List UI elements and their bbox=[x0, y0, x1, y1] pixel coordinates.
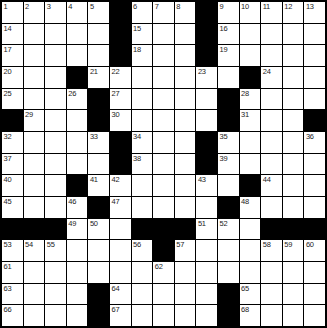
grid-cell[interactable] bbox=[240, 240, 261, 261]
grid-cell[interactable]: 39 bbox=[218, 154, 239, 175]
grid-cell[interactable]: 51 bbox=[196, 219, 217, 240]
clue-number: 12 bbox=[284, 2, 292, 11]
clue-number: 15 bbox=[133, 24, 141, 33]
grid-cell[interactable] bbox=[196, 110, 217, 131]
grid-cell[interactable]: 5 bbox=[88, 2, 109, 23]
grid-cell[interactable] bbox=[283, 132, 304, 153]
grid-cell[interactable] bbox=[218, 175, 239, 196]
clue-number: 6 bbox=[133, 2, 137, 11]
grid-cell[interactable] bbox=[67, 240, 88, 261]
black-cell bbox=[67, 175, 88, 196]
grid-cell[interactable] bbox=[67, 262, 88, 283]
grid-cell[interactable] bbox=[261, 132, 282, 153]
black-cell bbox=[110, 2, 131, 23]
black-cell bbox=[88, 110, 109, 131]
grid-cell[interactable]: 55 bbox=[45, 240, 66, 261]
grid-cell[interactable] bbox=[153, 175, 174, 196]
grid-cell[interactable]: 28 bbox=[240, 89, 261, 110]
grid-cell[interactable] bbox=[261, 110, 282, 131]
black-cell bbox=[196, 2, 217, 23]
grid-cell[interactable] bbox=[304, 154, 325, 175]
clue-number: 42 bbox=[112, 175, 120, 184]
grid-cell[interactable] bbox=[132, 197, 153, 218]
grid-cell[interactable] bbox=[196, 305, 217, 326]
grid-cell[interactable] bbox=[304, 67, 325, 88]
grid-cell[interactable]: 27 bbox=[110, 89, 131, 110]
black-cell bbox=[88, 305, 109, 326]
clue-number: 43 bbox=[198, 175, 206, 184]
clue-number: 30 bbox=[112, 110, 120, 119]
black-cell bbox=[196, 45, 217, 66]
black-cell bbox=[45, 219, 66, 240]
grid-cell[interactable]: 66 bbox=[2, 305, 23, 326]
grid-cell[interactable]: 61 bbox=[2, 262, 23, 283]
grid-cell[interactable]: 24 bbox=[261, 67, 282, 88]
grid-cell[interactable]: 19 bbox=[218, 45, 239, 66]
grid-cell[interactable] bbox=[45, 89, 66, 110]
grid-cell[interactable]: 20 bbox=[2, 67, 23, 88]
grid-cell[interactable] bbox=[240, 24, 261, 45]
grid-cell[interactable]: 10 bbox=[240, 2, 261, 23]
grid-cell[interactable]: 60 bbox=[304, 240, 325, 261]
grid-cell[interactable] bbox=[88, 45, 109, 66]
black-cell bbox=[110, 132, 131, 153]
black-cell bbox=[218, 197, 239, 218]
grid-cell[interactable] bbox=[261, 197, 282, 218]
clue-number: 19 bbox=[220, 45, 228, 54]
grid-cell[interactable] bbox=[45, 197, 66, 218]
grid-cell[interactable] bbox=[240, 45, 261, 66]
grid-cell[interactable]: 62 bbox=[153, 262, 174, 283]
grid-cell[interactable] bbox=[175, 262, 196, 283]
grid-cell[interactable] bbox=[45, 175, 66, 196]
clue-number: 56 bbox=[133, 240, 141, 249]
grid-cell[interactable]: 22 bbox=[110, 67, 131, 88]
grid-cell[interactable]: 1 bbox=[2, 2, 23, 23]
clue-number: 22 bbox=[112, 67, 120, 76]
clue-number: 8 bbox=[176, 2, 180, 11]
black-cell bbox=[218, 89, 239, 110]
grid-cell[interactable] bbox=[283, 24, 304, 45]
grid-cell[interactable] bbox=[283, 305, 304, 326]
grid-cell[interactable] bbox=[196, 89, 217, 110]
grid-cell[interactable]: 30 bbox=[110, 110, 131, 131]
black-cell bbox=[67, 67, 88, 88]
clue-number: 11 bbox=[263, 2, 270, 11]
black-cell bbox=[218, 284, 239, 305]
crossword-puzzle: 1234567891011121314151617181920212223242… bbox=[0, 0, 327, 328]
grid-cell[interactable] bbox=[304, 197, 325, 218]
clue-number: 50 bbox=[90, 219, 98, 228]
clue-number: 38 bbox=[133, 154, 141, 163]
grid-cell[interactable]: 12 bbox=[283, 2, 304, 23]
grid-cell[interactable] bbox=[153, 154, 174, 175]
black-cell bbox=[110, 45, 131, 66]
grid-cell[interactable] bbox=[67, 45, 88, 66]
clue-number: 41 bbox=[90, 175, 98, 184]
grid-cell[interactable] bbox=[132, 89, 153, 110]
grid-cell[interactable] bbox=[132, 67, 153, 88]
grid-cell[interactable] bbox=[67, 110, 88, 131]
grid-cell[interactable] bbox=[45, 154, 66, 175]
grid-cell[interactable] bbox=[88, 262, 109, 283]
clue-number: 29 bbox=[25, 110, 33, 119]
grid-cell[interactable]: 45 bbox=[2, 197, 23, 218]
grid-cell[interactable]: 52 bbox=[218, 219, 239, 240]
grid-cell[interactable] bbox=[45, 24, 66, 45]
grid-cell[interactable] bbox=[153, 67, 174, 88]
grid-cell[interactable] bbox=[175, 132, 196, 153]
grid-cell[interactable] bbox=[67, 305, 88, 326]
grid-cell[interactable] bbox=[240, 154, 261, 175]
crossword-board: 1234567891011121314151617181920212223242… bbox=[0, 0, 327, 328]
grid-cell[interactable]: 57 bbox=[175, 240, 196, 261]
grid-cell[interactable]: 33 bbox=[88, 132, 109, 153]
clue-number: 54 bbox=[25, 240, 33, 249]
grid-cell[interactable] bbox=[132, 262, 153, 283]
grid-cell[interactable] bbox=[24, 24, 45, 45]
clue-number: 58 bbox=[263, 240, 271, 249]
clue-number: 32 bbox=[4, 132, 12, 141]
grid-cell[interactable] bbox=[261, 262, 282, 283]
clue-number: 14 bbox=[4, 24, 12, 33]
grid-cell[interactable]: 34 bbox=[132, 132, 153, 153]
grid-cell[interactable] bbox=[88, 154, 109, 175]
grid-cell[interactable] bbox=[24, 197, 45, 218]
grid-cell[interactable] bbox=[196, 197, 217, 218]
grid-cell[interactable] bbox=[261, 284, 282, 305]
grid-cell[interactable] bbox=[240, 262, 261, 283]
grid-cell[interactable] bbox=[132, 284, 153, 305]
grid-cell[interactable] bbox=[67, 132, 88, 153]
grid-cell[interactable] bbox=[88, 240, 109, 261]
clue-number: 48 bbox=[241, 197, 249, 206]
black-cell bbox=[153, 219, 174, 240]
grid-cell[interactable] bbox=[175, 154, 196, 175]
grid-cell[interactable] bbox=[132, 110, 153, 131]
black-cell bbox=[261, 219, 282, 240]
clue-number: 25 bbox=[4, 89, 12, 98]
grid-cell[interactable]: 43 bbox=[196, 175, 217, 196]
clue-number: 44 bbox=[263, 175, 271, 184]
black-cell bbox=[24, 219, 45, 240]
grid-cell[interactable]: 50 bbox=[88, 219, 109, 240]
clue-number: 5 bbox=[90, 2, 94, 11]
clue-number: 34 bbox=[133, 132, 141, 141]
grid-cell[interactable]: 9 bbox=[218, 2, 239, 23]
clue-number: 36 bbox=[306, 132, 314, 141]
grid-cell[interactable] bbox=[304, 305, 325, 326]
black-cell bbox=[88, 197, 109, 218]
clue-number: 39 bbox=[220, 154, 228, 163]
grid-cell[interactable] bbox=[175, 89, 196, 110]
grid-cell[interactable] bbox=[45, 67, 66, 88]
grid-cell[interactable] bbox=[261, 154, 282, 175]
grid-cell[interactable]: 49 bbox=[67, 219, 88, 240]
clue-number: 9 bbox=[220, 2, 224, 11]
grid-cell[interactable]: 67 bbox=[110, 305, 131, 326]
grid-cell[interactable]: 68 bbox=[240, 305, 261, 326]
grid-cell[interactable] bbox=[196, 284, 217, 305]
grid-cell[interactable]: 41 bbox=[88, 175, 109, 196]
clue-number: 26 bbox=[68, 89, 76, 98]
grid-cell[interactable]: 37 bbox=[2, 154, 23, 175]
grid-cell[interactable]: 13 bbox=[304, 2, 325, 23]
grid-cell[interactable]: 3 bbox=[45, 2, 66, 23]
black-cell bbox=[218, 110, 239, 131]
grid-cell[interactable]: 47 bbox=[110, 197, 131, 218]
grid-cell[interactable] bbox=[45, 110, 66, 131]
clue-number: 62 bbox=[155, 262, 163, 271]
grid-cell[interactable] bbox=[261, 24, 282, 45]
clue-number: 4 bbox=[68, 2, 72, 11]
clue-number: 2 bbox=[25, 2, 29, 11]
grid-cell[interactable]: 18 bbox=[132, 45, 153, 66]
grid-cell[interactable] bbox=[110, 240, 131, 261]
grid-cell[interactable] bbox=[45, 284, 66, 305]
black-cell bbox=[153, 240, 174, 261]
grid-cell[interactable] bbox=[196, 262, 217, 283]
grid-cell[interactable]: 11 bbox=[261, 2, 282, 23]
grid-cell[interactable]: 53 bbox=[2, 240, 23, 261]
grid-cell[interactable]: 54 bbox=[24, 240, 45, 261]
grid-cell[interactable]: 56 bbox=[132, 240, 153, 261]
grid-cell[interactable] bbox=[153, 132, 174, 153]
grid-cell[interactable] bbox=[67, 24, 88, 45]
black-cell bbox=[110, 154, 131, 175]
grid-cell[interactable] bbox=[24, 45, 45, 66]
clue-number: 33 bbox=[90, 132, 98, 141]
black-cell bbox=[218, 305, 239, 326]
clue-number: 45 bbox=[4, 197, 12, 206]
clue-number: 24 bbox=[263, 67, 271, 76]
grid-cell[interactable] bbox=[240, 132, 261, 153]
grid-cell[interactable] bbox=[153, 89, 174, 110]
clue-number: 66 bbox=[4, 305, 12, 314]
black-cell bbox=[88, 284, 109, 305]
black-cell bbox=[175, 219, 196, 240]
grid-cell[interactable] bbox=[153, 284, 174, 305]
black-cell bbox=[196, 154, 217, 175]
grid-cell[interactable] bbox=[304, 175, 325, 196]
grid-cell[interactable]: 7 bbox=[153, 2, 174, 23]
clue-number: 3 bbox=[47, 2, 51, 11]
grid-cell[interactable] bbox=[304, 89, 325, 110]
grid-cell[interactable]: 23 bbox=[196, 67, 217, 88]
grid-cell[interactable] bbox=[304, 24, 325, 45]
grid-cell[interactable]: 15 bbox=[132, 24, 153, 45]
grid-cell[interactable] bbox=[261, 305, 282, 326]
grid-cell[interactable] bbox=[67, 284, 88, 305]
grid-cell[interactable]: 65 bbox=[240, 284, 261, 305]
black-cell bbox=[2, 219, 23, 240]
grid-cell[interactable]: 40 bbox=[2, 175, 23, 196]
grid-cell[interactable]: 8 bbox=[175, 2, 196, 23]
clue-number: 1 bbox=[4, 2, 8, 11]
black-cell bbox=[240, 67, 261, 88]
grid-cell[interactable] bbox=[261, 89, 282, 110]
grid-cell[interactable] bbox=[45, 262, 66, 283]
black-cell bbox=[240, 175, 261, 196]
grid-cell[interactable] bbox=[175, 24, 196, 45]
grid-cell[interactable]: 32 bbox=[2, 132, 23, 153]
grid-cell[interactable] bbox=[283, 175, 304, 196]
grid-cell[interactable]: 16 bbox=[218, 24, 239, 45]
grid-cell[interactable] bbox=[24, 89, 45, 110]
clue-number: 28 bbox=[241, 89, 249, 98]
grid-cell[interactable] bbox=[24, 67, 45, 88]
grid-cell[interactable] bbox=[175, 175, 196, 196]
grid-cell[interactable] bbox=[153, 305, 174, 326]
grid-cell[interactable] bbox=[153, 110, 174, 131]
grid-cell[interactable]: 14 bbox=[2, 24, 23, 45]
black-cell bbox=[196, 132, 217, 153]
grid-cell[interactable] bbox=[175, 45, 196, 66]
clue-number: 35 bbox=[220, 132, 228, 141]
black-cell bbox=[2, 110, 23, 131]
grid-cell[interactable] bbox=[132, 305, 153, 326]
grid-cell[interactable] bbox=[283, 110, 304, 131]
clue-number: 18 bbox=[133, 45, 141, 54]
clue-number: 68 bbox=[241, 305, 249, 314]
grid-cell[interactable]: 2 bbox=[24, 2, 45, 23]
grid-cell[interactable] bbox=[304, 262, 325, 283]
clue-number: 13 bbox=[306, 2, 314, 11]
grid-cell[interactable] bbox=[175, 67, 196, 88]
grid-cell[interactable]: 26 bbox=[67, 89, 88, 110]
grid-cell[interactable]: 44 bbox=[261, 175, 282, 196]
grid-cell[interactable] bbox=[110, 262, 131, 283]
grid-cell[interactable] bbox=[304, 284, 325, 305]
clue-number: 37 bbox=[4, 154, 12, 163]
grid-cell[interactable] bbox=[110, 219, 131, 240]
grid-cell[interactable] bbox=[24, 175, 45, 196]
clue-number: 31 bbox=[241, 110, 249, 119]
grid-cell[interactable] bbox=[283, 262, 304, 283]
clue-number: 65 bbox=[241, 284, 249, 293]
black-cell bbox=[283, 219, 304, 240]
grid-cell[interactable] bbox=[175, 284, 196, 305]
clue-number: 63 bbox=[4, 284, 12, 293]
black-cell bbox=[304, 110, 325, 131]
black-cell bbox=[88, 89, 109, 110]
clue-number: 51 bbox=[198, 219, 206, 228]
grid-cell[interactable] bbox=[196, 240, 217, 261]
black-cell bbox=[110, 24, 131, 45]
clue-number: 21 bbox=[90, 67, 98, 76]
grid-cell[interactable] bbox=[304, 45, 325, 66]
grid-cell[interactable] bbox=[283, 89, 304, 110]
grid-cell[interactable] bbox=[218, 262, 239, 283]
grid-cell[interactable]: 38 bbox=[132, 154, 153, 175]
grid-cell[interactable] bbox=[132, 175, 153, 196]
grid-cell[interactable] bbox=[153, 24, 174, 45]
grid-cell[interactable] bbox=[88, 24, 109, 45]
grid-cell[interactable] bbox=[24, 154, 45, 175]
grid-cell[interactable]: 36 bbox=[304, 132, 325, 153]
grid-cell[interactable] bbox=[45, 132, 66, 153]
grid-cell[interactable]: 46 bbox=[67, 197, 88, 218]
grid-cell[interactable] bbox=[283, 45, 304, 66]
grid-cell[interactable]: 58 bbox=[261, 240, 282, 261]
clue-number: 20 bbox=[4, 67, 12, 76]
black-cell bbox=[132, 219, 153, 240]
grid-cell[interactable]: 48 bbox=[240, 197, 261, 218]
grid-cell[interactable]: 17 bbox=[2, 45, 23, 66]
grid-cell[interactable]: 25 bbox=[2, 89, 23, 110]
grid-cell[interactable]: 4 bbox=[67, 2, 88, 23]
grid-cell[interactable]: 35 bbox=[218, 132, 239, 153]
clue-number: 7 bbox=[155, 2, 159, 11]
grid-cell[interactable] bbox=[67, 154, 88, 175]
grid-cell[interactable]: 63 bbox=[2, 284, 23, 305]
clue-number: 16 bbox=[220, 24, 228, 33]
grid-cell[interactable] bbox=[261, 45, 282, 66]
clue-number: 23 bbox=[198, 67, 206, 76]
grid-cell[interactable]: 29 bbox=[24, 110, 45, 131]
clue-number: 49 bbox=[68, 219, 76, 228]
grid-cell[interactable] bbox=[283, 154, 304, 175]
grid-cell[interactable] bbox=[24, 262, 45, 283]
clue-number: 47 bbox=[112, 197, 120, 206]
grid-cell[interactable] bbox=[45, 45, 66, 66]
clue-number: 57 bbox=[176, 240, 184, 249]
grid-cell[interactable]: 64 bbox=[110, 284, 131, 305]
clue-number: 46 bbox=[68, 197, 76, 206]
grid-cell[interactable]: 21 bbox=[88, 67, 109, 88]
grid-cell[interactable] bbox=[153, 45, 174, 66]
grid-cell[interactable] bbox=[45, 305, 66, 326]
grid-cell[interactable] bbox=[24, 284, 45, 305]
grid-cell[interactable] bbox=[24, 305, 45, 326]
clue-number: 67 bbox=[112, 305, 120, 314]
grid-cell[interactable] bbox=[240, 219, 261, 240]
grid-cell[interactable]: 42 bbox=[110, 175, 131, 196]
grid-cell[interactable]: 6 bbox=[132, 2, 153, 23]
grid-cell[interactable] bbox=[175, 305, 196, 326]
grid-cell[interactable] bbox=[218, 67, 239, 88]
black-cell bbox=[196, 24, 217, 45]
clue-number: 64 bbox=[112, 284, 120, 293]
clue-number: 61 bbox=[4, 262, 12, 271]
grid-cell[interactable] bbox=[283, 67, 304, 88]
clue-number: 53 bbox=[4, 240, 12, 249]
grid-cell[interactable] bbox=[283, 197, 304, 218]
clue-number: 60 bbox=[306, 240, 314, 249]
grid-cell[interactable] bbox=[218, 240, 239, 261]
grid-cell[interactable] bbox=[175, 197, 196, 218]
black-cell bbox=[304, 219, 325, 240]
grid-cell[interactable] bbox=[283, 284, 304, 305]
clue-number: 59 bbox=[284, 240, 292, 249]
grid-cell[interactable]: 59 bbox=[283, 240, 304, 261]
grid-cell[interactable] bbox=[153, 197, 174, 218]
clue-number: 52 bbox=[220, 219, 228, 228]
grid-cell[interactable] bbox=[24, 132, 45, 153]
grid-cell[interactable]: 31 bbox=[240, 110, 261, 131]
clue-number: 55 bbox=[47, 240, 55, 249]
clue-number: 10 bbox=[241, 2, 249, 11]
clue-number: 17 bbox=[4, 45, 12, 54]
grid-cell[interactable] bbox=[175, 110, 196, 131]
clue-number: 40 bbox=[4, 175, 12, 184]
clue-number: 27 bbox=[112, 89, 120, 98]
